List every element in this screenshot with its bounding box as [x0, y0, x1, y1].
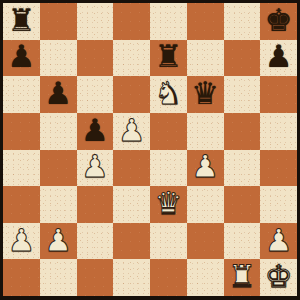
square-c1[interactable] [77, 259, 114, 296]
square-g4[interactable] [224, 150, 261, 187]
square-h5[interactable] [260, 113, 297, 150]
square-a4[interactable] [3, 150, 40, 187]
square-h6[interactable] [260, 76, 297, 113]
square-g1[interactable]: ♜ [224, 259, 261, 296]
square-b5[interactable] [40, 113, 77, 150]
square-a5[interactable] [3, 113, 40, 150]
square-f2[interactable] [187, 223, 224, 260]
black-king[interactable]: ♚ [265, 5, 293, 36]
square-b2[interactable]: ♟ [40, 223, 77, 260]
square-d5[interactable]: ♟ [113, 113, 150, 150]
square-a8[interactable]: ♜ [3, 3, 40, 40]
square-b4[interactable] [40, 150, 77, 187]
square-b1[interactable] [40, 259, 77, 296]
square-e1[interactable] [150, 259, 187, 296]
square-d1[interactable] [113, 259, 150, 296]
square-f8[interactable] [187, 3, 224, 40]
square-g5[interactable] [224, 113, 261, 150]
black-pawn[interactable]: ♟ [44, 78, 72, 109]
white-pawn[interactable]: ♟ [265, 225, 293, 256]
square-c3[interactable] [77, 186, 114, 223]
square-g8[interactable] [224, 3, 261, 40]
white-king[interactable]: ♚ [265, 261, 293, 292]
square-a7[interactable]: ♟ [3, 40, 40, 77]
white-pawn[interactable]: ♟ [191, 151, 219, 182]
square-e2[interactable] [150, 223, 187, 260]
square-a3[interactable] [3, 186, 40, 223]
square-c6[interactable] [77, 76, 114, 113]
square-e6[interactable]: ♞ [150, 76, 187, 113]
square-h7[interactable]: ♟ [260, 40, 297, 77]
square-e8[interactable] [150, 3, 187, 40]
square-a6[interactable] [3, 76, 40, 113]
square-h3[interactable] [260, 186, 297, 223]
square-g6[interactable] [224, 76, 261, 113]
square-d4[interactable] [113, 150, 150, 187]
square-f4[interactable]: ♟ [187, 150, 224, 187]
black-pawn[interactable]: ♟ [7, 41, 35, 72]
square-f5[interactable] [187, 113, 224, 150]
square-d3[interactable] [113, 186, 150, 223]
chessboard: ♜♚♟♜♟♟♞♛♟♟♟♟♛♟♟♟♜♚ [3, 3, 297, 296]
square-h4[interactable] [260, 150, 297, 187]
black-rook[interactable]: ♜ [154, 41, 182, 72]
square-g7[interactable] [224, 40, 261, 77]
square-h8[interactable]: ♚ [260, 3, 297, 40]
square-a2[interactable]: ♟ [3, 223, 40, 260]
square-f6[interactable]: ♛ [187, 76, 224, 113]
square-b6[interactable]: ♟ [40, 76, 77, 113]
square-h1[interactable]: ♚ [260, 259, 297, 296]
white-pawn[interactable]: ♟ [7, 225, 35, 256]
white-pawn[interactable]: ♟ [44, 225, 72, 256]
square-g3[interactable] [224, 186, 261, 223]
chessboard-frame: ♜♚♟♜♟♟♞♛♟♟♟♟♛♟♟♟♜♚ [0, 0, 300, 300]
square-b3[interactable] [40, 186, 77, 223]
square-f1[interactable] [187, 259, 224, 296]
square-c8[interactable] [77, 3, 114, 40]
square-c5[interactable]: ♟ [77, 113, 114, 150]
white-pawn[interactable]: ♟ [118, 115, 146, 146]
black-queen[interactable]: ♛ [191, 78, 219, 109]
square-d7[interactable] [113, 40, 150, 77]
square-b7[interactable] [40, 40, 77, 77]
square-f7[interactable] [187, 40, 224, 77]
square-c7[interactable] [77, 40, 114, 77]
black-pawn[interactable]: ♟ [265, 41, 293, 72]
square-e3[interactable]: ♛ [150, 186, 187, 223]
square-d6[interactable] [113, 76, 150, 113]
white-pawn[interactable]: ♟ [81, 151, 109, 182]
square-b8[interactable] [40, 3, 77, 40]
square-e4[interactable] [150, 150, 187, 187]
square-c4[interactable]: ♟ [77, 150, 114, 187]
square-a1[interactable] [3, 259, 40, 296]
white-queen[interactable]: ♛ [154, 188, 182, 219]
square-e7[interactable]: ♜ [150, 40, 187, 77]
square-f3[interactable] [187, 186, 224, 223]
black-rook[interactable]: ♜ [7, 5, 35, 36]
square-h2[interactable]: ♟ [260, 223, 297, 260]
square-e5[interactable] [150, 113, 187, 150]
square-d2[interactable] [113, 223, 150, 260]
white-rook[interactable]: ♜ [228, 261, 256, 292]
black-pawn[interactable]: ♟ [81, 115, 109, 146]
square-d8[interactable] [113, 3, 150, 40]
white-knight[interactable]: ♞ [154, 78, 182, 109]
square-c2[interactable] [77, 223, 114, 260]
square-g2[interactable] [224, 223, 261, 260]
